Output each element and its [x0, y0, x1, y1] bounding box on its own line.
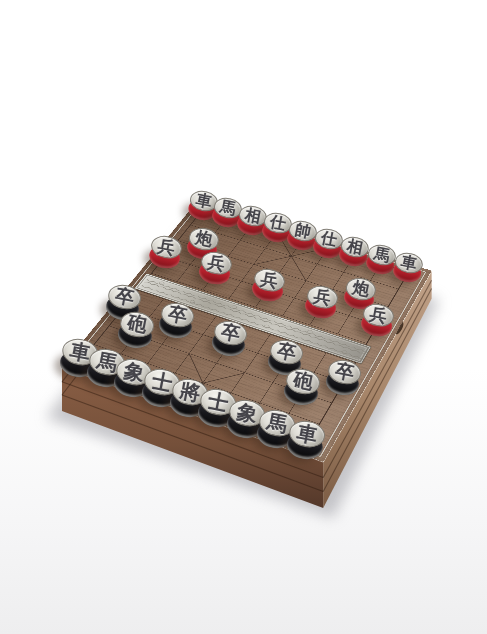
- piece-character: 兵: [156, 235, 177, 260]
- piece-black-cannon[interactable]: 砲: [282, 366, 322, 408]
- piece-black-soldier[interactable]: 卒: [324, 357, 363, 398]
- piece-character: 兵: [367, 302, 388, 327]
- piece-character: 馬: [219, 197, 238, 220]
- piece-character: 卒: [275, 339, 298, 366]
- piece-red-soldier[interactable]: 兵: [250, 266, 286, 303]
- piece-character: 卒: [220, 320, 243, 347]
- piece-character: 兵: [206, 251, 227, 276]
- piece-character: 兵: [258, 267, 279, 292]
- piece-character: 相: [243, 204, 262, 227]
- piece-red-chariot[interactable]: 車: [391, 250, 424, 284]
- piece-character: 馬: [265, 409, 290, 439]
- piece-black-soldier[interactable]: 卒: [157, 300, 196, 341]
- product-photo-stage: 車馬相仕帥仕相馬車炮炮兵兵兵兵兵卒卒卒卒卒砲砲車馬象士將士象馬車: [0, 0, 487, 634]
- piece-character: 砲: [291, 368, 315, 396]
- piece-character: 車: [295, 420, 320, 450]
- piece-character: 卒: [166, 302, 189, 329]
- piece-black-cannon[interactable]: 砲: [115, 309, 155, 351]
- piece-character: 卒: [114, 284, 137, 311]
- piece-character: 車: [194, 190, 213, 213]
- piece-black-chariot[interactable]: 車: [285, 418, 328, 462]
- piece-character: 馬: [372, 243, 391, 266]
- piece-character: 相: [346, 235, 365, 258]
- piece-character: 炮: [351, 276, 371, 301]
- piece-character: 帥: [294, 220, 313, 243]
- piece-character: 砲: [125, 310, 149, 338]
- piece-red-soldier[interactable]: 兵: [303, 283, 339, 320]
- piece-character: 兵: [312, 285, 333, 310]
- piece-character: 士: [149, 367, 174, 397]
- piece-character: 象: [235, 398, 260, 428]
- piece-red-soldier[interactable]: 兵: [359, 301, 395, 338]
- piece-character: 卒: [333, 358, 356, 385]
- piece-character: 炮: [194, 227, 214, 252]
- piece-character: 將: [177, 377, 202, 407]
- piece-character: 車: [399, 252, 418, 275]
- piece-character: 士: [206, 388, 231, 418]
- piece-red-soldier[interactable]: 兵: [147, 233, 183, 270]
- piece-character: 仕: [319, 227, 338, 250]
- piece-character: 仕: [268, 212, 287, 235]
